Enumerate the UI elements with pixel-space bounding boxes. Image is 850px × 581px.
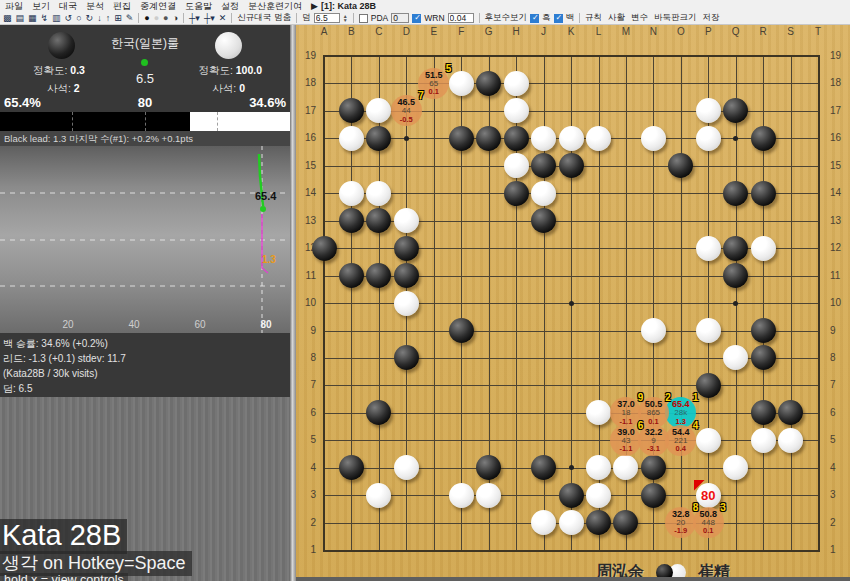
- coord-label-row-13-left: 13: [298, 215, 316, 226]
- star-point-Q16: [733, 136, 738, 141]
- engine-info-line: 리드: -1.3 (+0.1) stdev: 11.7: [3, 351, 290, 366]
- coord-label-row-17-right: 17: [830, 105, 850, 116]
- star-point-D16: [404, 136, 409, 141]
- winrate-tick: [217, 112, 218, 131]
- session-title: [1]: Kata 28B: [321, 1, 376, 11]
- white-stone-L3[interactable]: [586, 483, 611, 508]
- up-arrow-icon[interactable]: ↑: [106, 13, 111, 24]
- app-window: 파일보기대국분석편집중계연결도움말설정분산훈련기여 ▶ [1]: Kata 28…: [0, 0, 850, 581]
- candidate-rank: 3: [720, 502, 726, 513]
- black-stone-D11[interactable]: [394, 263, 419, 288]
- window-title: ▶ [1]: Kata 28B: [311, 1, 376, 11]
- coord-label-row-10-left: 10: [298, 297, 316, 308]
- move-number-label: 80: [0, 95, 290, 110]
- black-stone-K15[interactable]: [559, 153, 584, 178]
- black-stone-L2[interactable]: [586, 510, 611, 535]
- candidate-rank: 4: [693, 420, 699, 431]
- coord-label-row-5-left: 5: [298, 434, 316, 445]
- menu-item-대국[interactable]: 대국: [59, 0, 77, 13]
- winrate-graph[interactable]: 65.4 1.3 20406080: [0, 146, 290, 333]
- pda-checkbox[interactable]: [359, 14, 368, 23]
- black-stone-F9[interactable]: [449, 318, 474, 343]
- coord-label-col-B: B: [341, 26, 361, 37]
- pause-button[interactable]: 멈춤: [274, 12, 291, 24]
- coord-label-col-L: L: [589, 26, 609, 37]
- play-icon: ▶: [311, 1, 318, 11]
- lightning-icon[interactable]: ↯: [41, 13, 49, 24]
- half-stone-button[interactable]: ◑: [173, 13, 178, 24]
- black-stone-B13[interactable]: [339, 208, 364, 233]
- toolbar-button-변수[interactable]: 변수: [631, 12, 648, 24]
- white-stone-R12[interactable]: [751, 236, 776, 261]
- down-arrow-icon[interactable]: ↓: [97, 13, 102, 24]
- graph-x-tick-40: 40: [124, 319, 144, 330]
- komi-value: 6.5: [0, 71, 290, 86]
- graph-winrate-value: 65.4: [255, 190, 276, 202]
- turn-indicator-dot: [141, 59, 148, 66]
- winrate-bar: [0, 112, 290, 131]
- black-label: 흑: [542, 12, 551, 24]
- coord-label-col-T: T: [808, 26, 828, 37]
- komi-input[interactable]: [314, 13, 340, 23]
- toolbar: ▩▤▦↯▥↺○↻↓↑⊞✎ ●●●◑ ┼▾┼▾✕ 신규대국 멈춤 덤 ▲▼ PDA…: [0, 12, 850, 25]
- undo-icon[interactable]: ↺: [65, 13, 73, 24]
- analysis-panel: 한국(일본)룰 정확도: 0.3 정확도: 100.0 사석: 2 사석: 0 …: [0, 25, 290, 581]
- candidates-label: 후보수보기: [485, 12, 528, 24]
- coord-label-row-10-right: 10: [830, 297, 850, 308]
- coord-label-row-13-right: 13: [830, 215, 850, 226]
- coord-label-col-Q: Q: [726, 26, 746, 37]
- open-folder-icon[interactable]: ▤: [16, 13, 25, 24]
- white-stone-P9[interactable]: [696, 318, 721, 343]
- pda-input[interactable]: [391, 13, 409, 23]
- white-stone-K2[interactable]: [559, 510, 584, 535]
- black-stone-F16[interactable]: [449, 126, 474, 151]
- engine-name: Kata 28B: [0, 519, 127, 554]
- candidate-score: -1.1: [619, 418, 632, 426]
- window-bottom-edge: [296, 577, 850, 581]
- coord-label-row-2-right: 2: [830, 517, 850, 528]
- toolbar-button-바둑판크기[interactable]: 바둑판크기: [654, 12, 697, 24]
- redo-icon[interactable]: ↻: [86, 13, 94, 24]
- go-board[interactable]: ABCDEFGHJKLMNOPQRST191918181717161615151…: [296, 25, 850, 581]
- coord-label-col-D: D: [396, 26, 416, 37]
- white-stone-C3[interactable]: [366, 483, 391, 508]
- new-game-button[interactable]: 신규대국: [237, 12, 271, 24]
- black-stone-R8[interactable]: [751, 345, 776, 370]
- board-icon[interactable]: ▩: [3, 13, 12, 24]
- white-stone-C14[interactable]: [366, 181, 391, 206]
- toolbar-separator: [479, 13, 480, 23]
- graph-x-tick-80: 80: [256, 319, 276, 330]
- black-stone-H14[interactable]: [504, 181, 529, 206]
- black-stone-button[interactable]: ●: [144, 13, 149, 24]
- coord-label-row-3-left: 3: [298, 489, 316, 500]
- white-stone-B16[interactable]: [339, 126, 364, 151]
- chart-icon[interactable]: ▥: [52, 13, 61, 24]
- white-stone-P5[interactable]: [696, 428, 721, 453]
- black-stone-Q14[interactable]: [723, 181, 748, 206]
- engine-info-line: (Kata28B / 30k visits): [3, 366, 290, 381]
- black-stone-A12[interactable]: [312, 236, 337, 261]
- white-stone-D13[interactable]: [394, 208, 419, 233]
- candidate-score: 0.1: [429, 88, 439, 96]
- engine-info-line: 덤: 6.5: [3, 381, 290, 396]
- black-stone-H16[interactable]: [504, 126, 529, 151]
- coord-label-row-15-right: 15: [830, 160, 850, 171]
- coord-label-row-2-left: 2: [298, 517, 316, 528]
- star-point-K10: [569, 301, 574, 306]
- coord-label-row-7-right: 7: [830, 379, 850, 390]
- coord-label-row-11-right: 11: [830, 270, 850, 281]
- toolbar-separator: [579, 13, 580, 23]
- white-stone-P16[interactable]: [696, 126, 721, 151]
- white-winrate-label: 34.6%: [249, 95, 286, 110]
- lead-status-line: Black lead: 1.3 마지막 수(#1): +0.2% +0.1pts: [0, 131, 290, 146]
- menu-item-보기[interactable]: 보기: [32, 0, 50, 13]
- white-stone-H17[interactable]: [504, 98, 529, 123]
- toolbar-button-사활[interactable]: 사활: [608, 12, 625, 24]
- candidate-rank: 5: [446, 63, 452, 74]
- white-stone-N16[interactable]: [641, 126, 666, 151]
- coord-label-row-11-left: 11: [298, 270, 316, 281]
- wrn-checkbox[interactable]: [412, 14, 421, 23]
- komi-label: 덤: [302, 12, 311, 24]
- star-point-Q10: [733, 301, 738, 306]
- candidate-score: -1.9: [674, 527, 687, 535]
- candidate-move-O5[interactable]: 54.42210.44: [665, 425, 696, 456]
- pda-label: PDA: [371, 13, 388, 23]
- white-stone-button[interactable]: ●: [154, 13, 159, 24]
- delete-branch-tool[interactable]: ✕: [219, 13, 227, 24]
- player-info: 한국(일본)룰 정확도: 0.3 정확도: 100.0 사석: 2 사석: 0 …: [0, 25, 290, 95]
- coord-label-col-H: H: [506, 26, 526, 37]
- pencil-icon[interactable]: ✎: [126, 13, 134, 24]
- coord-label-row-17-left: 17: [298, 105, 316, 116]
- coord-label-row-3-right: 3: [830, 489, 850, 500]
- black-stone-R16[interactable]: [751, 126, 776, 151]
- panel-bottom-area: Kata 28B 생각 on Hotkey=Space hold x = vie…: [0, 397, 290, 581]
- wrn-input[interactable]: [448, 13, 474, 23]
- candidate-score: 0.4: [676, 445, 686, 453]
- menu-bar: 파일보기대국분석편집중계연결도움말설정분산훈련기여 ▶ [1]: Kata 28…: [0, 0, 850, 12]
- coord-label-row-12-right: 12: [830, 242, 850, 253]
- candidate-score: -0.5: [400, 116, 413, 124]
- coord-label-row-19-left: 19: [298, 50, 316, 61]
- coord-label-col-R: R: [753, 26, 773, 37]
- menu-item-파일[interactable]: 파일: [5, 0, 23, 13]
- coord-label-row-4-right: 4: [830, 462, 850, 473]
- circle-icon[interactable]: ○: [76, 13, 81, 24]
- variation-tool-2[interactable]: ┼▾: [204, 13, 215, 24]
- coord-label-col-S: S: [781, 26, 801, 37]
- candidate-move-D17[interactable]: 46.544-0.57: [391, 95, 422, 126]
- star-point-K4: [569, 465, 574, 470]
- coord-label-row-14-right: 14: [830, 187, 850, 198]
- coord-label-col-M: M: [616, 26, 636, 37]
- toolbar-separator: [296, 13, 297, 23]
- coord-label-col-A: A: [314, 26, 334, 37]
- white-stone-F3[interactable]: [449, 483, 474, 508]
- coord-label-col-J: J: [534, 26, 554, 37]
- coord-label-col-O: O: [671, 26, 691, 37]
- coord-label-col-G: G: [479, 26, 499, 37]
- engine-info-block: 백 승률: 34.6% (+0.2%)리드: -1.3 (+0.1) stdev…: [0, 333, 290, 397]
- white-candidates-checkbox[interactable]: [554, 14, 563, 23]
- black-stone-G18[interactable]: [476, 71, 501, 96]
- coord-label-row-15-left: 15: [298, 160, 316, 171]
- coord-label-row-19-right: 19: [830, 50, 850, 61]
- menu-item-편집[interactable]: 편집: [113, 0, 131, 13]
- candidate-move-N5[interactable]: 32.29-3.1: [638, 425, 669, 456]
- controls-hint: hold x = view controls: [0, 573, 128, 581]
- coord-label-col-F: F: [451, 26, 471, 37]
- candidate-score: 0.1: [703, 527, 713, 535]
- candidate-move-M5[interactable]: 39.043-1.16: [610, 425, 641, 456]
- black-stone-N4[interactable]: [641, 455, 666, 480]
- toolbar-separator: [183, 13, 184, 23]
- black-stone-R9[interactable]: [751, 318, 776, 343]
- variation-tool-1[interactable]: ┼▾: [189, 13, 200, 24]
- save-icon[interactable]: ▦: [28, 13, 37, 24]
- black-stone-R14[interactable]: [751, 181, 776, 206]
- graph-x-tick-20: 20: [58, 319, 78, 330]
- wrn-label: WRN: [424, 13, 444, 23]
- coord-label-col-P: P: [698, 26, 718, 37]
- white-stone-J14[interactable]: [531, 181, 556, 206]
- black-candidates-checkbox[interactable]: [530, 14, 539, 23]
- coord-label-row-1-right: 1: [830, 544, 850, 555]
- coord-label-col-K: K: [561, 26, 581, 37]
- candidate-score: -3.1: [647, 445, 660, 453]
- graph-x-tick-60: 60: [190, 319, 210, 330]
- candidate-rank: 7: [418, 90, 424, 101]
- white-stone-K16[interactable]: [559, 126, 584, 151]
- toolbar-separator: [231, 13, 232, 23]
- coord-label-row-9-right: 9: [830, 325, 850, 336]
- black-stone-P7[interactable]: [696, 373, 721, 398]
- white-stone-H18[interactable]: [504, 71, 529, 96]
- white-stone-D4[interactable]: [394, 455, 419, 480]
- last-move-number: 80: [696, 483, 721, 508]
- coord-label-row-8-right: 8: [830, 352, 850, 363]
- menu-item-설정[interactable]: 설정: [221, 0, 239, 13]
- black-stone-K3[interactable]: [559, 483, 584, 508]
- toolbar-button-규칙[interactable]: 규칙: [585, 12, 602, 24]
- black-stone-D12[interactable]: [394, 236, 419, 261]
- black-stone-G16[interactable]: [476, 126, 501, 151]
- white-stone-R5[interactable]: [751, 428, 776, 453]
- coord-label-row-4-left: 4: [298, 462, 316, 473]
- menu-item-도움말[interactable]: 도움말: [185, 0, 212, 13]
- candidate-score: -1.1: [619, 445, 632, 453]
- white-stone-L16[interactable]: [586, 126, 611, 151]
- black-stone-B11[interactable]: [339, 263, 364, 288]
- winrate-tick: [72, 112, 73, 131]
- coord-label-row-1-left: 1: [298, 544, 316, 555]
- menu-item-분석[interactable]: 분석: [86, 0, 104, 13]
- candidate-rank: 9: [638, 392, 644, 403]
- coord-label-row-6-left: 6: [298, 407, 316, 418]
- white-stone-H15[interactable]: [504, 153, 529, 178]
- winrate-tick: [145, 112, 146, 131]
- coord-label-row-6-right: 6: [830, 407, 850, 418]
- coord-label-row-8-left: 8: [298, 352, 316, 363]
- toolbar-separator: [138, 13, 139, 23]
- white-stone-F18[interactable]: [449, 71, 474, 96]
- white-stone-D10[interactable]: [394, 291, 419, 316]
- coord-label-col-N: N: [643, 26, 663, 37]
- winrate-labels: 65.4% 80 34.6%: [0, 95, 290, 112]
- toolbar-separator: [353, 13, 354, 23]
- winrate-bar-black: [0, 112, 190, 131]
- coord-label-row-9-left: 9: [298, 325, 316, 336]
- coord-label-row-16-right: 16: [830, 132, 850, 143]
- menu-item-분산훈련기여[interactable]: 분산훈련기여: [248, 0, 302, 13]
- white-label: 백: [566, 12, 575, 24]
- white-stone-J16[interactable]: [531, 126, 556, 151]
- coord-label-row-16-left: 16: [298, 132, 316, 143]
- coord-label-row-18-left: 18: [298, 77, 316, 88]
- white-stone-P12[interactable]: [696, 236, 721, 261]
- candidate-rank: 1: [693, 392, 699, 403]
- komi-spinner[interactable]: ▲▼: [343, 14, 348, 22]
- engine-info-line: 백 승률: 34.6% (+0.2%): [3, 336, 290, 351]
- black-stone-Q12[interactable]: [723, 236, 748, 261]
- black-stone-N3[interactable]: [641, 483, 666, 508]
- coord-label-row-5-right: 5: [830, 434, 850, 445]
- coord-label-col-C: C: [369, 26, 389, 37]
- coord-label-row-7-left: 7: [298, 379, 316, 390]
- grid-icon[interactable]: ⊞: [114, 13, 122, 24]
- white-stone-B14[interactable]: [339, 181, 364, 206]
- white-stone-P3[interactable]: 80: [696, 483, 721, 508]
- candidate-rank: 8: [693, 502, 699, 513]
- coord-label-col-E: E: [424, 26, 444, 37]
- graph-score-value: 1.3: [262, 254, 276, 265]
- white-stone-G3[interactable]: [476, 483, 501, 508]
- candidate-rank: 2: [665, 392, 671, 403]
- white-stone-N9[interactable]: [641, 318, 666, 343]
- gray-stone-button[interactable]: ●: [163, 13, 168, 24]
- toolbar-button-저장[interactable]: 저장: [703, 12, 720, 24]
- black-stone-R6[interactable]: [751, 400, 776, 425]
- menu-item-중계연결[interactable]: 중계연결: [140, 0, 176, 13]
- coord-label-row-14-left: 14: [298, 187, 316, 198]
- black-stone-B4[interactable]: [339, 455, 364, 480]
- coord-label-row-18-right: 18: [830, 77, 850, 88]
- rules-label: 한국(일본)룰: [0, 35, 290, 52]
- white-stone-S5[interactable]: [778, 428, 803, 453]
- graph-canvas: [0, 146, 290, 333]
